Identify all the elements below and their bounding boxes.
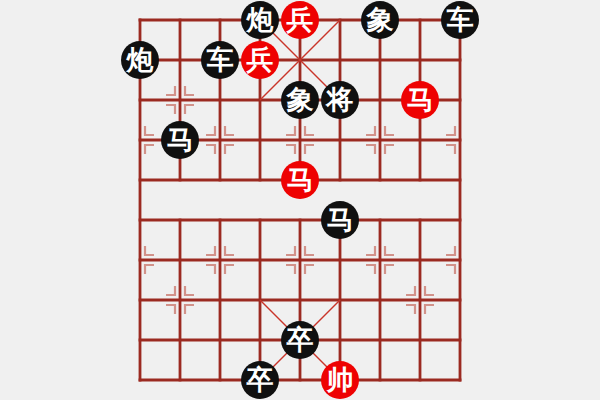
piece-red-horse[interactable]: 马 [401, 81, 439, 119]
piece-black-soldier[interactable]: 卒 [241, 361, 279, 399]
piece-black-elephant[interactable]: 象 [281, 81, 319, 119]
piece-black-cannon[interactable]: 炮 [241, 1, 279, 39]
piece-black-chariot[interactable]: 车 [441, 1, 479, 39]
piece-black-soldier[interactable]: 卒 [281, 321, 319, 359]
piece-red-soldier[interactable]: 兵 [281, 1, 319, 39]
piece-black-cannon[interactable]: 炮 [121, 41, 159, 79]
piece-black-chariot[interactable]: 车 [201, 41, 239, 79]
xiangqi-board-diagram: 炮兵象车炮车兵象将马马马马卒卒帅 [0, 0, 600, 400]
piece-red-general[interactable]: 帅 [321, 361, 359, 399]
piece-black-general[interactable]: 将 [321, 81, 359, 119]
piece-black-horse[interactable]: 马 [161, 121, 199, 159]
board: 炮兵象车炮车兵象将马马马马卒卒帅 [120, 0, 480, 400]
piece-red-soldier[interactable]: 兵 [241, 41, 279, 79]
piece-red-horse[interactable]: 马 [281, 161, 319, 199]
piece-black-horse[interactable]: 马 [321, 201, 359, 239]
piece-black-elephant[interactable]: 象 [361, 1, 399, 39]
